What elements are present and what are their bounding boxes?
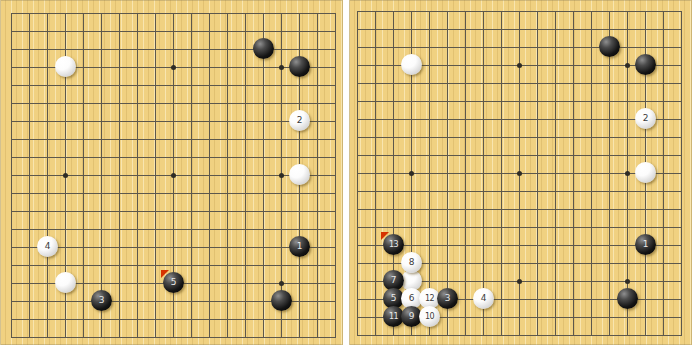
move-number-label: 4 [37, 236, 58, 257]
grid-line-vertical [191, 13, 192, 338]
grid-line-horizontal [357, 209, 682, 210]
grid-line-horizontal [11, 319, 336, 320]
star-point [171, 65, 176, 70]
black-stone-move-3: 3 [91, 290, 112, 311]
move-number-label: 5 [163, 272, 184, 293]
grid-line-horizontal [11, 193, 336, 194]
white-stone-move-4: 4 [473, 288, 494, 309]
board-grid: 21435 [11, 13, 336, 338]
black-stone [253, 38, 274, 59]
star-point [625, 171, 630, 176]
star-point [171, 173, 176, 178]
move-number-label: 1 [289, 236, 310, 257]
black-stone [289, 56, 310, 77]
star-point [517, 63, 522, 68]
grid-line-vertical [573, 11, 574, 336]
grid-line-vertical [591, 11, 592, 336]
white-stone-move-4: 4 [37, 236, 58, 257]
star-point [409, 171, 414, 176]
grid-line-horizontal [11, 247, 336, 248]
grid-line-vertical [537, 11, 538, 336]
grid-line-vertical [245, 13, 246, 338]
grid-line-horizontal [357, 245, 682, 246]
star-point [625, 279, 630, 284]
grid-line-horizontal [357, 335, 682, 336]
star-point [63, 173, 68, 178]
grid-line-vertical [335, 13, 336, 338]
move-number-label: 1 [635, 234, 656, 255]
black-stone [635, 54, 656, 75]
black-stone [617, 288, 638, 309]
star-point [517, 171, 522, 176]
board-grid: 21138756123411910 [357, 11, 682, 336]
go-board-left: 21435 [0, 0, 343, 345]
grid-line-vertical [609, 11, 610, 336]
black-stone-move-1: 1 [289, 236, 310, 257]
white-stone-move-2: 2 [289, 110, 310, 131]
two-board-go-diagram: 21435 21138756123411910 [0, 0, 692, 345]
go-board-right: 21138756123411910 [349, 0, 692, 345]
black-stone-move-5: 5 [163, 272, 184, 293]
grid-line-vertical [227, 13, 228, 338]
white-stone-move-8: 8 [401, 252, 422, 273]
white-stone [635, 162, 656, 183]
grid-line-horizontal [11, 337, 336, 338]
grid-line-horizontal [11, 265, 336, 266]
star-point [625, 63, 630, 68]
move-number-label: 4 [473, 288, 494, 309]
white-stone-move-10: 10 [419, 306, 440, 327]
grid-line-horizontal [11, 229, 336, 230]
black-stone-move-1: 1 [635, 234, 656, 255]
star-point [279, 281, 284, 286]
move-number-label: 2 [635, 108, 656, 129]
grid-line-horizontal [357, 191, 682, 192]
grid-line-vertical [209, 13, 210, 338]
black-stone [271, 290, 292, 311]
white-stone [55, 56, 76, 77]
black-stone-move-3: 3 [437, 288, 458, 309]
move-number-label: 3 [91, 290, 112, 311]
move-number-label: 2 [289, 110, 310, 131]
grid-line-horizontal [357, 227, 682, 228]
grid-line-horizontal [11, 211, 336, 212]
move-number-label: 8 [401, 252, 422, 273]
white-stone-move-2: 2 [635, 108, 656, 129]
grid-line-vertical [663, 11, 664, 336]
black-stone [599, 36, 620, 57]
white-stone [401, 54, 422, 75]
star-point [279, 65, 284, 70]
star-point [279, 173, 284, 178]
grid-line-vertical [681, 11, 682, 336]
move-number-label: 10 [419, 306, 440, 327]
white-stone [289, 164, 310, 185]
star-point [517, 279, 522, 284]
white-stone [55, 272, 76, 293]
grid-line-vertical [555, 11, 556, 336]
move-number-label: 3 [437, 288, 458, 309]
grid-line-vertical [263, 13, 264, 338]
grid-line-vertical [317, 13, 318, 338]
